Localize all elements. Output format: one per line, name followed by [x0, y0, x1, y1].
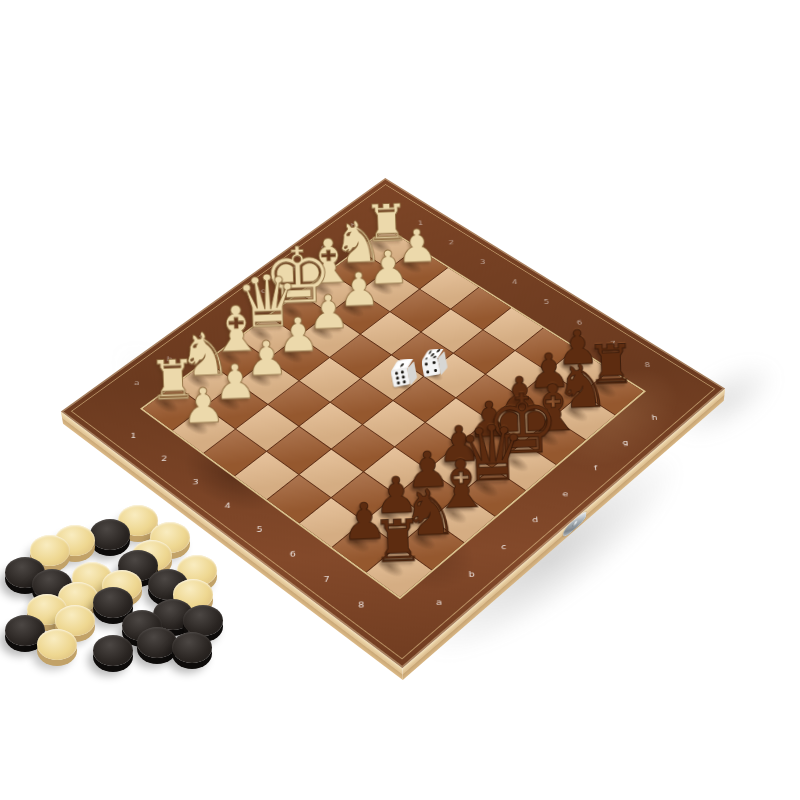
- board-square: [204, 429, 266, 476]
- coordinate-label: 3: [480, 259, 486, 266]
- clasp-latch: [563, 509, 587, 539]
- coordinate-label: b: [468, 570, 475, 579]
- coordinate-label: 8: [358, 600, 364, 609]
- die-pip: [436, 349, 440, 352]
- die-pip: [400, 363, 404, 366]
- die-pip: [403, 380, 407, 384]
- die: [389, 357, 420, 389]
- dark-checker-disc: [137, 627, 177, 658]
- die-pip: [396, 381, 400, 385]
- coordinate-label: 5: [257, 526, 263, 534]
- coordinate-label: 3: [192, 478, 198, 486]
- dark-checker-disc: [93, 587, 133, 618]
- coordinate-label: d: [532, 516, 539, 524]
- chess-set-photo: ♜♟♟♜♞♟♟♞♝♟♟♝♚♟♟♚♛♟♟♛♝♟♟♝♞♟♟♞♜♟♟♜ 1a1a2b2…: [0, 0, 800, 800]
- coordinate-label: 1: [130, 432, 136, 440]
- coordinate-label: c: [501, 543, 507, 551]
- dark-checker-disc: [93, 635, 133, 666]
- die-pip: [395, 376, 399, 380]
- die-pip: [401, 371, 405, 375]
- light-pawn: ♟: [162, 380, 244, 431]
- coordinate-label: h: [651, 414, 658, 422]
- die: [419, 347, 450, 379]
- coordinate-label: 6: [290, 550, 296, 558]
- die-pip: [425, 362, 428, 365]
- die-pip: [394, 372, 398, 376]
- die-pip: [402, 375, 406, 379]
- checkers-pile: [5, 498, 255, 678]
- coordinate-label: 4: [511, 278, 517, 285]
- board-square: ♜: [366, 546, 431, 597]
- coordinate-label: e: [562, 490, 569, 498]
- die-pip: [426, 370, 429, 373]
- board-square: [268, 427, 330, 474]
- coordinate-label: 7: [323, 575, 329, 584]
- dark-checker-disc: [172, 632, 212, 663]
- coordinate-label: f: [594, 464, 598, 472]
- coordinate-label: 5: [544, 299, 550, 306]
- dark-checker-disc: [90, 519, 130, 550]
- coordinate-label: g: [622, 439, 629, 447]
- coordinate-label: 2: [161, 455, 167, 463]
- board-square: ♟: [173, 407, 235, 453]
- dark-rook: ♜: [354, 512, 441, 573]
- die-pip: [434, 369, 437, 372]
- coordinate-label: a: [436, 598, 442, 607]
- light-checker-disc: [37, 629, 77, 660]
- die-pip: [432, 361, 435, 364]
